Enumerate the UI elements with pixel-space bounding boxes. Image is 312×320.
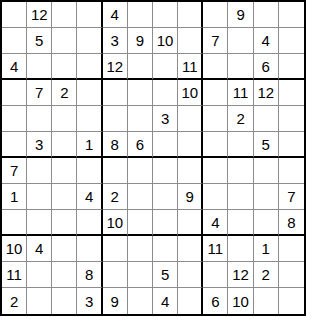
cell-r1c6[interactable] xyxy=(128,2,153,28)
cell-r4c9[interactable] xyxy=(203,80,228,106)
cell-r9c10[interactable] xyxy=(228,210,253,236)
cell-r9c1[interactable] xyxy=(2,210,27,236)
cell-r3c5[interactable]: 12 xyxy=(103,54,128,80)
cell-r2c3[interactable] xyxy=(52,28,77,54)
cell-r5c6[interactable] xyxy=(128,106,153,132)
cell-r6c6[interactable]: 6 xyxy=(128,132,153,158)
cell-r12c9[interactable]: 6 xyxy=(203,288,228,314)
cell-r7c3[interactable] xyxy=(52,158,77,184)
cell-r1c12[interactable] xyxy=(279,2,304,28)
cell-r11c3[interactable] xyxy=(52,262,77,288)
cell-r7c4[interactable] xyxy=(77,158,102,184)
cell-r2c9[interactable]: 7 xyxy=(203,28,228,54)
cell-r10c9[interactable]: 11 xyxy=(203,236,228,262)
cell-r11c6[interactable] xyxy=(128,262,153,288)
cell-r4c7[interactable] xyxy=(153,80,178,106)
cell-r3c9[interactable] xyxy=(203,54,228,80)
cell-r12c3[interactable] xyxy=(52,288,77,314)
cell-r9c6[interactable] xyxy=(128,210,153,236)
cell-r4c2[interactable]: 7 xyxy=(27,80,52,106)
cell-r9c4[interactable] xyxy=(77,210,102,236)
cell-r9c5[interactable]: 10 xyxy=(103,210,128,236)
cell-r7c1[interactable]: 7 xyxy=(2,158,27,184)
cell-r8c1[interactable]: 1 xyxy=(2,184,27,210)
cell-r3c7[interactable] xyxy=(153,54,178,80)
cell-r12c4[interactable]: 3 xyxy=(77,288,102,314)
cell-r10c11[interactable]: 1 xyxy=(254,236,279,262)
cell-r2c6[interactable]: 9 xyxy=(128,28,153,54)
cell-r3c12[interactable] xyxy=(279,54,304,80)
cell-r6c7[interactable] xyxy=(153,132,178,158)
cell-r3c11[interactable]: 6 xyxy=(254,54,279,80)
cell-r10c3[interactable] xyxy=(52,236,77,262)
cell-r4c3[interactable]: 2 xyxy=(52,80,77,106)
cell-r3c6[interactable] xyxy=(128,54,153,80)
cell-r7c11[interactable] xyxy=(254,158,279,184)
cell-r3c3[interactable] xyxy=(52,54,77,80)
cell-r4c5[interactable] xyxy=(103,80,128,106)
cell-r11c8[interactable] xyxy=(178,262,203,288)
cell-r3c10[interactable] xyxy=(228,54,253,80)
cell-r3c1[interactable]: 4 xyxy=(2,54,27,80)
cell-r5c10[interactable]: 2 xyxy=(228,106,253,132)
cell-r2c7[interactable]: 10 xyxy=(153,28,178,54)
cell-r7c2[interactable] xyxy=(27,158,52,184)
cell-r4c11[interactable]: 12 xyxy=(254,80,279,106)
cell-r11c12[interactable] xyxy=(279,262,304,288)
cell-r5c7[interactable]: 3 xyxy=(153,106,178,132)
cell-r12c1[interactable]: 2 xyxy=(2,288,27,314)
cell-r8c3[interactable] xyxy=(52,184,77,210)
cell-r4c1[interactable] xyxy=(2,80,27,106)
cell-r8c10[interactable] xyxy=(228,184,253,210)
cell-r7c6[interactable] xyxy=(128,158,153,184)
cell-r5c8[interactable] xyxy=(178,106,203,132)
cell-r12c2[interactable] xyxy=(27,288,52,314)
cell-r2c2[interactable]: 5 xyxy=(27,28,52,54)
cell-r4c8[interactable]: 10 xyxy=(178,80,203,106)
cell-r7c5[interactable] xyxy=(103,158,128,184)
cell-r9c9[interactable]: 4 xyxy=(203,210,228,236)
cell-r8c8[interactable]: 9 xyxy=(178,184,203,210)
cell-r1c5[interactable]: 4 xyxy=(103,2,128,28)
cell-r9c11[interactable] xyxy=(254,210,279,236)
cell-r9c2[interactable] xyxy=(27,210,52,236)
cell-r10c1[interactable]: 10 xyxy=(2,236,27,262)
cell-r8c12[interactable]: 7 xyxy=(279,184,304,210)
cell-r5c12[interactable] xyxy=(279,106,304,132)
cell-r10c5[interactable] xyxy=(103,236,128,262)
cell-r10c6[interactable] xyxy=(128,236,153,262)
cell-r10c7[interactable] xyxy=(153,236,178,262)
cell-r8c2[interactable] xyxy=(27,184,52,210)
cell-r7c9[interactable] xyxy=(203,158,228,184)
cell-r1c4[interactable] xyxy=(77,2,102,28)
cell-r6c11[interactable]: 5 xyxy=(254,132,279,158)
cell-r2c12[interactable] xyxy=(279,28,304,54)
cell-r6c3[interactable] xyxy=(52,132,77,158)
cell-r3c8[interactable]: 11 xyxy=(178,54,203,80)
cell-r9c12[interactable]: 8 xyxy=(279,210,304,236)
cell-r4c4[interactable] xyxy=(77,80,102,106)
cell-r4c6[interactable] xyxy=(128,80,153,106)
cell-r5c11[interactable] xyxy=(254,106,279,132)
cell-r8c9[interactable] xyxy=(203,184,228,210)
cell-r2c10[interactable] xyxy=(228,28,253,54)
cell-r4c12[interactable] xyxy=(279,80,304,106)
cell-r11c9[interactable] xyxy=(203,262,228,288)
cell-r10c8[interactable] xyxy=(178,236,203,262)
cell-r10c2[interactable]: 4 xyxy=(27,236,52,262)
cell-r6c2[interactable]: 3 xyxy=(27,132,52,158)
cell-r6c1[interactable] xyxy=(2,132,27,158)
cell-r6c12[interactable] xyxy=(279,132,304,158)
cell-r3c4[interactable] xyxy=(77,54,102,80)
cell-r10c10[interactable] xyxy=(228,236,253,262)
cell-r12c5[interactable]: 9 xyxy=(103,288,128,314)
cell-r2c5[interactable]: 3 xyxy=(103,28,128,54)
cell-r11c10[interactable]: 12 xyxy=(228,262,253,288)
cell-r3c2[interactable] xyxy=(27,54,52,80)
cell-r7c7[interactable] xyxy=(153,158,178,184)
cell-r12c10[interactable]: 10 xyxy=(228,288,253,314)
cell-r10c12[interactable] xyxy=(279,236,304,262)
sudoku-board: 1249539107441211672101112323186571429710… xyxy=(0,0,306,316)
cell-r11c1[interactable]: 11 xyxy=(2,262,27,288)
cell-r7c12[interactable] xyxy=(279,158,304,184)
cell-r11c7[interactable]: 5 xyxy=(153,262,178,288)
cell-r4c10[interactable]: 11 xyxy=(228,80,253,106)
cell-r8c11[interactable] xyxy=(254,184,279,210)
cell-r11c5[interactable] xyxy=(103,262,128,288)
cell-r5c4[interactable] xyxy=(77,106,102,132)
cell-r12c8[interactable] xyxy=(178,288,203,314)
cell-r12c6[interactable] xyxy=(128,288,153,314)
cell-r1c11[interactable] xyxy=(254,2,279,28)
cell-r5c1[interactable] xyxy=(2,106,27,132)
cell-r5c2[interactable] xyxy=(27,106,52,132)
cell-r10c4[interactable] xyxy=(77,236,102,262)
cell-r2c11[interactable]: 4 xyxy=(254,28,279,54)
cell-r11c11[interactable]: 2 xyxy=(254,262,279,288)
cell-r6c4[interactable]: 1 xyxy=(77,132,102,158)
cell-r6c10[interactable] xyxy=(228,132,253,158)
cell-r12c12[interactable] xyxy=(279,288,304,314)
cell-r8c5[interactable]: 2 xyxy=(103,184,128,210)
cell-r6c8[interactable] xyxy=(178,132,203,158)
cell-r2c4[interactable] xyxy=(77,28,102,54)
cell-r1c1[interactable] xyxy=(2,2,27,28)
cell-r8c4[interactable]: 4 xyxy=(77,184,102,210)
cell-r2c8[interactable] xyxy=(178,28,203,54)
cell-r1c10[interactable]: 9 xyxy=(228,2,253,28)
cell-r5c5[interactable] xyxy=(103,106,128,132)
cell-r9c8[interactable] xyxy=(178,210,203,236)
cell-r6c5[interactable]: 8 xyxy=(103,132,128,158)
cell-r11c2[interactable] xyxy=(27,262,52,288)
cell-r7c8[interactable] xyxy=(178,158,203,184)
cell-r12c7[interactable]: 4 xyxy=(153,288,178,314)
cell-r1c3[interactable] xyxy=(52,2,77,28)
cell-r1c8[interactable] xyxy=(178,2,203,28)
cell-r7c10[interactable] xyxy=(228,158,253,184)
sudoku-page: 1249539107441211672101112323186571429710… xyxy=(0,0,312,320)
cell-r9c3[interactable] xyxy=(52,210,77,236)
cell-r9c7[interactable] xyxy=(153,210,178,236)
cell-r5c9[interactable] xyxy=(203,106,228,132)
cell-r5c3[interactable] xyxy=(52,106,77,132)
cell-r11c4[interactable]: 8 xyxy=(77,262,102,288)
cell-r6c9[interactable] xyxy=(203,132,228,158)
cell-r1c7[interactable] xyxy=(153,2,178,28)
cell-r1c9[interactable] xyxy=(203,2,228,28)
cell-r8c7[interactable] xyxy=(153,184,178,210)
cell-r8c6[interactable] xyxy=(128,184,153,210)
cell-r1c2[interactable]: 12 xyxy=(27,2,52,28)
cell-r12c11[interactable] xyxy=(254,288,279,314)
cell-r2c1[interactable] xyxy=(2,28,27,54)
